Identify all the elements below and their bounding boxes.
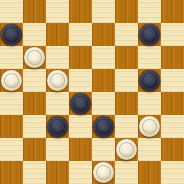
- square-e3[interactable]: [92, 115, 115, 138]
- square-b3[interactable]: [23, 115, 46, 138]
- square-h2[interactable]: [161, 138, 184, 161]
- square-h5[interactable]: [161, 69, 184, 92]
- square-d6[interactable]: [69, 46, 92, 69]
- square-d5[interactable]: [69, 69, 92, 92]
- square-e8[interactable]: [92, 0, 115, 23]
- square-a1[interactable]: [0, 161, 23, 184]
- square-g8[interactable]: [138, 0, 161, 23]
- square-b1[interactable]: [23, 161, 46, 184]
- square-g5[interactable]: [138, 69, 161, 92]
- square-c6[interactable]: [46, 46, 69, 69]
- square-h8[interactable]: [161, 0, 184, 23]
- square-e7[interactable]: [92, 23, 115, 46]
- square-d8[interactable]: [69, 0, 92, 23]
- square-b2[interactable]: [23, 138, 46, 161]
- black-man-g5[interactable]: [139, 70, 160, 91]
- square-f2[interactable]: [115, 138, 138, 161]
- square-g4[interactable]: [138, 92, 161, 115]
- square-f5[interactable]: [115, 69, 138, 92]
- square-c3[interactable]: [46, 115, 69, 138]
- black-man-c3[interactable]: [47, 116, 68, 137]
- square-b5[interactable]: [23, 69, 46, 92]
- square-e5[interactable]: [92, 69, 115, 92]
- square-b4[interactable]: [23, 92, 46, 115]
- square-g6[interactable]: [138, 46, 161, 69]
- square-c5[interactable]: [46, 69, 69, 92]
- square-a6[interactable]: [0, 46, 23, 69]
- black-man-e3[interactable]: [93, 116, 114, 137]
- square-b7[interactable]: [23, 23, 46, 46]
- white-man-a5[interactable]: [1, 70, 22, 91]
- square-d1[interactable]: [69, 161, 92, 184]
- square-d7[interactable]: [69, 23, 92, 46]
- square-a3[interactable]: [0, 115, 23, 138]
- white-man-b6[interactable]: [24, 47, 45, 68]
- square-c2[interactable]: [46, 138, 69, 161]
- black-man-a7[interactable]: [1, 24, 22, 45]
- checkers-board: [0, 0, 184, 184]
- square-b6[interactable]: [23, 46, 46, 69]
- square-c7[interactable]: [46, 23, 69, 46]
- square-g7[interactable]: [138, 23, 161, 46]
- white-man-g3[interactable]: [139, 116, 160, 137]
- square-d2[interactable]: [69, 138, 92, 161]
- square-f4[interactable]: [115, 92, 138, 115]
- square-a8[interactable]: [0, 0, 23, 23]
- square-c8[interactable]: [46, 0, 69, 23]
- square-f6[interactable]: [115, 46, 138, 69]
- square-d3[interactable]: [69, 115, 92, 138]
- square-c4[interactable]: [46, 92, 69, 115]
- square-g3[interactable]: [138, 115, 161, 138]
- white-man-c5[interactable]: [47, 70, 68, 91]
- square-f8[interactable]: [115, 0, 138, 23]
- square-a5[interactable]: [0, 69, 23, 92]
- square-f7[interactable]: [115, 23, 138, 46]
- square-a2[interactable]: [0, 138, 23, 161]
- white-man-e1[interactable]: [93, 162, 114, 183]
- square-b8[interactable]: [23, 0, 46, 23]
- square-c1[interactable]: [46, 161, 69, 184]
- square-d4[interactable]: [69, 92, 92, 115]
- square-f3[interactable]: [115, 115, 138, 138]
- square-e4[interactable]: [92, 92, 115, 115]
- square-e2[interactable]: [92, 138, 115, 161]
- square-a7[interactable]: [0, 23, 23, 46]
- square-h3[interactable]: [161, 115, 184, 138]
- square-g2[interactable]: [138, 138, 161, 161]
- square-e6[interactable]: [92, 46, 115, 69]
- square-h7[interactable]: [161, 23, 184, 46]
- white-man-f2[interactable]: [116, 139, 137, 160]
- square-g1[interactable]: [138, 161, 161, 184]
- square-h1[interactable]: [161, 161, 184, 184]
- square-h6[interactable]: [161, 46, 184, 69]
- square-a4[interactable]: [0, 92, 23, 115]
- square-f1[interactable]: [115, 161, 138, 184]
- black-man-d4[interactable]: [70, 93, 91, 114]
- square-h4[interactable]: [161, 92, 184, 115]
- square-e1[interactable]: [92, 161, 115, 184]
- black-man-g7[interactable]: [139, 24, 160, 45]
